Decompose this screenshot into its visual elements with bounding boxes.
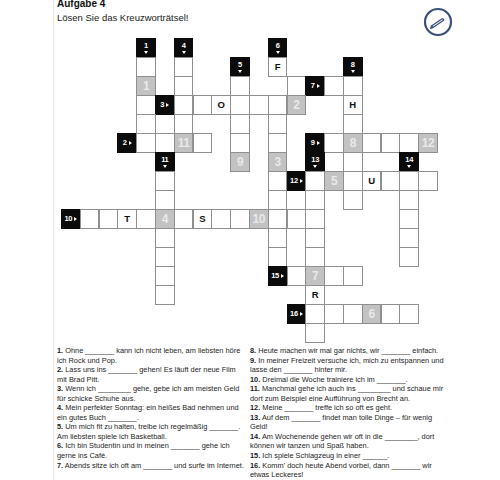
clue-10: 10. Dreimal die Woche trainiere ich im _… <box>250 375 448 385</box>
arrow-down-icon <box>182 51 186 54</box>
arrow-down-icon <box>313 165 317 168</box>
answer-cell-r2c12[interactable] <box>287 76 307 96</box>
answer-cell-r9c1[interactable] <box>80 209 100 229</box>
solution-word-cell-5[interactable]: 5 <box>324 171 344 191</box>
answer-cell-r5c5[interactable] <box>155 133 175 153</box>
clue-number-cell-8: 8 <box>343 57 363 77</box>
task-instruction: Lösen Sie das Kreuzworträtsel! <box>57 12 188 23</box>
answer-cell-r15c13[interactable] <box>305 323 325 343</box>
clue-number: 10. <box>250 375 260 384</box>
answer-cell-r4c11[interactable] <box>268 114 288 134</box>
clue-15: 15. Ich spiele Schlagzeug in einer _____… <box>250 451 448 461</box>
answer-cell-r7c5[interactable] <box>155 171 175 191</box>
solution-word-cell-2[interactable]: 2 <box>287 95 307 115</box>
answer-cell-r11c11[interactable] <box>268 247 288 267</box>
given-letter-cell-R: R <box>305 285 325 305</box>
clue-text: Ich spiele Schlagzeug in einer ______. <box>260 451 389 460</box>
clue-8: 8. Heute machen wir mal gar nichts, wir … <box>250 346 448 356</box>
answer-cell-r5c17[interactable] <box>381 133 401 153</box>
solution-word-cell-4[interactable]: 4 <box>155 209 175 229</box>
clue-text: Ich bin Studentin und in meinen _______ … <box>57 441 230 460</box>
arrow-down-icon <box>276 51 280 54</box>
arrow-down-icon <box>238 70 242 73</box>
clue-text: Auf dem _______ findet man tolle Dinge –… <box>250 413 432 432</box>
clue-text: Manchmal gehe ich auch ins ________ und … <box>250 384 443 403</box>
clue-text: In meiner Freizeit versuche ich, mich zu… <box>250 356 444 375</box>
clue-number-cell-16: 16 <box>287 304 307 324</box>
clue-text: Komm' doch heute Abend vorbei, dann ____… <box>250 461 432 480</box>
answer-cell-r10c18[interactable] <box>399 228 419 248</box>
answer-cell-r10c13[interactable] <box>305 228 325 248</box>
clue-text: Heute machen wir mal gar nichts, wir ___… <box>256 346 438 355</box>
clue-text: Um mich fit zu halten, treibe ich regelm… <box>57 422 240 441</box>
clue-text: Mein perfekter Sonntag: ein heißes Bad n… <box>57 403 239 422</box>
answer-cell-r13c5[interactable] <box>155 285 175 305</box>
solution-word-cell-10[interactable]: 10 <box>249 209 269 229</box>
clue-number-cell-2: 2 <box>117 133 137 153</box>
answer-cell-r11c13[interactable] <box>305 247 325 267</box>
clue-number-cell-6: 6 <box>268 38 288 58</box>
answer-cell-r9c12[interactable] <box>287 209 307 229</box>
answer-cell-r4c4[interactable] <box>136 114 156 134</box>
answer-cell-r4c15[interactable] <box>343 114 363 134</box>
arrow-right-icon <box>317 84 320 88</box>
solution-word-cell-1[interactable]: 1 <box>136 76 156 96</box>
answer-cell-r7c18[interactable] <box>399 171 419 191</box>
clue-14: 14. Am Wochenende gehen wir oft in die _… <box>250 432 448 451</box>
arrow-down-icon <box>163 165 167 168</box>
given-letter-cell-H: H <box>343 95 363 115</box>
answer-cell-r1c4[interactable] <box>136 57 156 77</box>
clue-number-cell-14: 14 <box>399 152 419 172</box>
answer-cell-r6c15[interactable] <box>343 152 363 172</box>
answer-cell-r9c6[interactable] <box>174 209 194 229</box>
answer-cell-r8c11[interactable] <box>268 190 288 210</box>
clue-text: Lass uns ins _______ gehen! Es läuft der… <box>57 365 236 384</box>
clue-4: 4. Mein perfekter Sonntag: ein heißes Ba… <box>57 403 247 422</box>
answer-cell-r9c9[interactable] <box>230 209 250 229</box>
clue-number-cell-7: 7 <box>305 76 325 96</box>
answer-cell-r11c5[interactable] <box>155 247 175 267</box>
answer-cell-r10c5[interactable] <box>155 228 175 248</box>
clue-number: 13. <box>250 413 260 422</box>
given-letter-cell-F: F <box>268 57 288 77</box>
clue-12: 12. Meine _______ treffe ich so oft es g… <box>250 403 448 413</box>
answer-cell-r2c9[interactable] <box>230 76 250 96</box>
answer-cell-r12c15[interactable] <box>343 266 363 286</box>
clue-number-cell-13: 13 <box>305 152 325 172</box>
answer-cell-r8c13[interactable] <box>305 190 325 210</box>
answer-cell-r9c18[interactable] <box>399 209 419 229</box>
solution-word-cell-7[interactable]: 7 <box>305 266 325 286</box>
answer-cell-r9c2[interactable] <box>99 209 119 229</box>
answer-cell-r8c18[interactable] <box>399 190 419 210</box>
solution-word-cell-9[interactable]: 9 <box>230 152 250 172</box>
clue-text: Meine _______ treffe ich so oft es geht. <box>260 403 392 412</box>
answer-cell-r3c7[interactable] <box>193 95 213 115</box>
answer-cell-r7c19[interactable] <box>418 171 438 191</box>
answer-cell-r7c15[interactable] <box>343 171 363 191</box>
arrow-right-icon <box>129 141 132 145</box>
answer-cell-r14c18[interactable] <box>399 304 419 324</box>
clue-text: Abends sitze ich oft am _______ und surf… <box>63 461 244 470</box>
answer-cell-r14c13[interactable] <box>305 304 325 324</box>
answer-cell-r3c6[interactable] <box>174 95 194 115</box>
clue-number-cell-12: 12 <box>287 171 307 191</box>
clue-3: 3. Wenn ich ________ gehe, gebe ich am m… <box>57 384 247 403</box>
answer-cell-r4c9[interactable] <box>230 114 250 134</box>
answer-cell-r9c8[interactable] <box>211 209 231 229</box>
arrow-right-icon <box>281 274 284 278</box>
clue-11: 11. Manchmal gehe ich auch ins ________ … <box>250 384 448 403</box>
clue-number-cell-10: 10 <box>61 209 81 229</box>
solution-word-cell-3[interactable]: 3 <box>268 152 288 172</box>
arrow-right-icon <box>300 179 303 183</box>
answer-cell-r12c12[interactable] <box>287 266 307 286</box>
clue-text: Am Wochenende gehen wir oft in die _____… <box>250 432 434 451</box>
given-letter-cell-U: U <box>362 171 382 191</box>
answer-cell-r8c15[interactable] <box>343 190 363 210</box>
answer-cell-r2c14[interactable] <box>324 76 344 96</box>
answer-cell-r9c4[interactable] <box>136 209 156 229</box>
clue-number: 16. <box>250 461 260 470</box>
answer-cell-r5c7[interactable] <box>193 133 213 153</box>
clue-number-cell-1: 1 <box>136 38 156 58</box>
crossword-grid: 1465F8173O2H211981211931314125U10T4S1015… <box>61 38 500 350</box>
answer-cell-r3c4[interactable] <box>136 95 156 115</box>
clue-6: 6. Ich bin Studentin und in meinen _____… <box>57 441 247 460</box>
given-letter-cell-S: S <box>193 209 213 229</box>
page: { "header": { "title": "Aufgabe 4", "sub… <box>0 0 500 480</box>
answer-cell-r7c11[interactable] <box>268 171 288 191</box>
arrow-down-icon <box>351 70 355 73</box>
answer-cell-r5c14[interactable] <box>324 133 344 153</box>
answer-cell-r14c17[interactable] <box>381 304 401 324</box>
clue-number: 12. <box>250 403 260 412</box>
arrow-right-icon <box>300 312 303 316</box>
answer-cell-r4c6[interactable] <box>174 114 194 134</box>
answer-cell-r2c15[interactable] <box>343 76 363 96</box>
arrow-down-icon <box>407 165 411 168</box>
clue-number-cell-3: 3 <box>155 95 175 115</box>
answer-cell-r14c14[interactable] <box>324 304 344 324</box>
answer-cell-r5c11[interactable] <box>268 133 288 153</box>
clue-number-cell-4: 4 <box>174 38 194 58</box>
solution-word-cell-6[interactable]: 6 <box>362 304 382 324</box>
clue-list-right: 8. Heute machen wir mal gar nichts, wir … <box>250 346 448 480</box>
given-letter-cell-O: O <box>211 95 231 115</box>
answer-cell-r7c17[interactable] <box>381 171 401 191</box>
arrow-right-icon <box>317 141 320 145</box>
clue-number-cell-9: 9 <box>305 133 325 153</box>
clue-number-cell-5: 5 <box>230 57 250 77</box>
clue-number-cell-11: 11 <box>155 152 175 172</box>
answer-cell-r3c10[interactable] <box>249 95 269 115</box>
clue-7: 7. Abends sitze ich oft am _______ und s… <box>57 461 247 471</box>
clue-9: 9. In meiner Freizeit versuche ich, mich… <box>250 356 448 375</box>
clue-number: 14. <box>250 432 260 441</box>
answer-cell-r3c11[interactable] <box>268 95 288 115</box>
clue-number: 15. <box>250 451 260 460</box>
answer-cell-r2c6[interactable] <box>174 76 194 96</box>
answer-cell-r10c11[interactable] <box>268 228 288 248</box>
answer-cell-r5c16[interactable] <box>362 133 382 153</box>
clue-text: Dreimal die Woche trainiere ich im _____… <box>260 375 407 384</box>
answer-cell-r11c18[interactable] <box>399 247 419 267</box>
solution-word-cell-12[interactable]: 12 <box>418 133 438 153</box>
answer-cell-r9c11[interactable] <box>268 209 288 229</box>
answer-cell-r12c14[interactable] <box>324 266 344 286</box>
answer-cell-r9c13[interactable] <box>305 209 325 229</box>
answer-cell-r12c5[interactable] <box>155 266 175 286</box>
solution-word-cell-11[interactable]: 11 <box>174 133 194 153</box>
solution-word-cell-8[interactable]: 8 <box>343 133 363 153</box>
arrow-right-icon <box>166 103 169 107</box>
clue-2: 2. Lass uns ins _______ gehen! Es läuft … <box>57 365 247 384</box>
answer-cell-r5c4[interactable] <box>136 133 156 153</box>
answer-cell-r5c18[interactable] <box>399 133 419 153</box>
clue-text: Ohne _______ kann ich nicht leben, am li… <box>57 346 240 365</box>
clue-1: 1. Ohne _______ kann ich nicht leben, am… <box>57 346 247 365</box>
clue-text: Wenn ich ________ gehe, gebe ich am meis… <box>57 384 239 403</box>
clue-13: 13. Auf dem _______ findet man tolle Din… <box>250 413 448 432</box>
answer-cell-r14c15[interactable] <box>343 304 363 324</box>
given-letter-cell-T: T <box>117 209 137 229</box>
arrow-right-icon <box>74 217 77 221</box>
page-title: Aufgabe 4 <box>57 0 105 9</box>
answer-cell-r1c6[interactable] <box>174 57 194 77</box>
page-edge-line <box>53 0 54 480</box>
answer-cell-r3c9[interactable] <box>230 95 250 115</box>
clue-5: 5. Um mich fit zu halten, treibe ich reg… <box>57 422 247 441</box>
pen-icon <box>423 7 453 37</box>
answer-cell-r5c9[interactable] <box>230 133 250 153</box>
answer-cell-r8c5[interactable] <box>155 190 175 210</box>
arrow-down-icon <box>144 51 148 54</box>
clue-number-cell-15: 15 <box>268 266 288 286</box>
clue-list-left: 1. Ohne _______ kann ich nicht leben, am… <box>57 346 247 470</box>
clue-16: 16. Komm' doch heute Abend vorbei, dann … <box>250 461 448 480</box>
clue-number: 11. <box>250 384 260 393</box>
answer-cell-r7c13[interactable] <box>305 171 325 191</box>
